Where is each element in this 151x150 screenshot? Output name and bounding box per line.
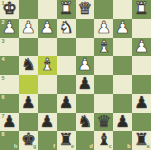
square-e2[interactable]: ♞ bbox=[57, 19, 76, 38]
square-b2[interactable]: ♟ bbox=[113, 19, 132, 38]
white-bishop-icon: ♝ bbox=[40, 57, 55, 74]
white-queen-icon: ♛ bbox=[78, 1, 93, 18]
black-queen-icon: ♛ bbox=[96, 113, 111, 130]
white-rook-icon: ♜ bbox=[59, 1, 74, 18]
square-e7[interactable] bbox=[57, 113, 76, 132]
square-b3[interactable] bbox=[113, 38, 132, 57]
white-king-icon: ♚ bbox=[2, 1, 17, 18]
white-pawn-icon: ♟ bbox=[134, 38, 149, 55]
white-pawn-icon: ♟ bbox=[78, 57, 93, 74]
white-pawn-icon: ♟ bbox=[96, 19, 111, 36]
square-g7[interactable] bbox=[19, 113, 38, 132]
square-c2[interactable]: ♟ bbox=[94, 19, 113, 38]
square-f4[interactable]: ♝ bbox=[38, 56, 57, 75]
square-c4[interactable] bbox=[94, 56, 113, 75]
square-h7[interactable]: 7♟ bbox=[0, 113, 19, 132]
square-e5[interactable] bbox=[57, 75, 76, 94]
square-d2[interactable] bbox=[76, 19, 95, 38]
black-rook-icon: ♜ bbox=[59, 132, 74, 149]
white-bishop-icon: ♝ bbox=[96, 38, 111, 55]
square-e4[interactable] bbox=[57, 56, 76, 75]
square-c3[interactable]: ♝ bbox=[94, 38, 113, 57]
square-f3[interactable] bbox=[38, 38, 57, 57]
square-h1[interactable]: 1♚ bbox=[0, 0, 19, 19]
black-bishop-icon: ♝ bbox=[96, 132, 111, 149]
square-f1[interactable] bbox=[38, 0, 57, 19]
rank-label-4: 4 bbox=[2, 57, 5, 63]
square-a8[interactable]: a♜ bbox=[132, 131, 151, 150]
square-g5[interactable] bbox=[19, 75, 38, 94]
square-g1[interactable] bbox=[19, 0, 38, 19]
square-d4[interactable]: ♟ bbox=[76, 56, 95, 75]
black-pawn-icon: ♟ bbox=[78, 76, 93, 93]
rank-label-5: 5 bbox=[2, 76, 5, 82]
square-d1[interactable]: ♛ bbox=[76, 0, 95, 19]
white-pawn-icon: ♟ bbox=[2, 19, 17, 36]
black-knight-icon: ♞ bbox=[21, 57, 36, 74]
square-f5[interactable] bbox=[38, 75, 57, 94]
white-pawn-icon: ♟ bbox=[115, 19, 130, 36]
square-c1[interactable] bbox=[94, 0, 113, 19]
square-g6[interactable]: ♟ bbox=[19, 94, 38, 113]
square-f8[interactable]: f bbox=[38, 131, 57, 150]
chess-board: 1♚♜♛♜2♟♟♟♞♟♟3♝♟4♞♝♟5♟6♟♟♟7♟♟♞♛♟8hg♚fe♜dc… bbox=[0, 0, 151, 150]
square-a1[interactable]: ♜ bbox=[132, 0, 151, 19]
square-c8[interactable]: c♝ bbox=[94, 131, 113, 150]
black-pawn-icon: ♟ bbox=[40, 113, 55, 130]
square-g3[interactable] bbox=[19, 38, 38, 57]
rank-label-8: 8 bbox=[2, 132, 5, 138]
square-h3[interactable]: 3 bbox=[0, 38, 19, 57]
square-a3[interactable]: ♟ bbox=[132, 38, 151, 57]
square-b6[interactable] bbox=[113, 94, 132, 113]
white-knight-icon: ♞ bbox=[59, 19, 74, 36]
square-b4[interactable] bbox=[113, 56, 132, 75]
square-h4[interactable]: 4 bbox=[0, 56, 19, 75]
square-f7[interactable]: ♟ bbox=[38, 113, 57, 132]
rank-label-3: 3 bbox=[2, 39, 5, 45]
square-g2[interactable]: ♟ bbox=[19, 19, 38, 38]
black-pawn-icon: ♟ bbox=[59, 94, 74, 111]
black-knight-icon: ♞ bbox=[78, 113, 93, 130]
square-d7[interactable]: ♞ bbox=[76, 113, 95, 132]
square-g4[interactable]: ♞ bbox=[19, 56, 38, 75]
square-e1[interactable]: ♜ bbox=[57, 0, 76, 19]
square-e6[interactable]: ♟ bbox=[57, 94, 76, 113]
file-label-h: h bbox=[14, 144, 17, 150]
square-a5[interactable] bbox=[132, 75, 151, 94]
file-label-b: b bbox=[127, 144, 130, 150]
square-e8[interactable]: e♜ bbox=[57, 131, 76, 150]
square-g8[interactable]: g♚ bbox=[19, 131, 38, 150]
square-f6[interactable] bbox=[38, 94, 57, 113]
file-label-d: d bbox=[90, 144, 93, 150]
square-b8[interactable]: b bbox=[113, 131, 132, 150]
black-pawn-icon: ♟ bbox=[2, 113, 17, 130]
square-b7[interactable]: ♟ bbox=[113, 113, 132, 132]
square-h5[interactable]: 5 bbox=[0, 75, 19, 94]
square-e3[interactable] bbox=[57, 38, 76, 57]
square-a4[interactable] bbox=[132, 56, 151, 75]
square-d5[interactable]: ♟ bbox=[76, 75, 95, 94]
file-label-f: f bbox=[53, 144, 55, 150]
black-king-icon: ♚ bbox=[21, 132, 36, 149]
white-pawn-icon: ♟ bbox=[21, 19, 36, 36]
square-c6[interactable] bbox=[94, 94, 113, 113]
square-a7[interactable] bbox=[132, 113, 151, 132]
square-h6[interactable]: 6 bbox=[0, 94, 19, 113]
square-a6[interactable]: ♟ bbox=[132, 94, 151, 113]
square-d8[interactable]: d bbox=[76, 131, 95, 150]
square-b5[interactable] bbox=[113, 75, 132, 94]
square-d3[interactable] bbox=[76, 38, 95, 57]
black-pawn-icon: ♟ bbox=[21, 94, 36, 111]
square-f2[interactable]: ♟ bbox=[38, 19, 57, 38]
white-rook-icon: ♜ bbox=[134, 1, 149, 18]
rank-label-6: 6 bbox=[2, 95, 5, 101]
black-pawn-icon: ♟ bbox=[134, 94, 149, 111]
square-b1[interactable] bbox=[113, 0, 132, 19]
square-d6[interactable] bbox=[76, 94, 95, 113]
square-h8[interactable]: 8h bbox=[0, 131, 19, 150]
square-h2[interactable]: 2♟ bbox=[0, 19, 19, 38]
black-pawn-icon: ♟ bbox=[115, 113, 130, 130]
square-c5[interactable] bbox=[94, 75, 113, 94]
white-pawn-icon: ♟ bbox=[40, 19, 55, 36]
square-a2[interactable] bbox=[132, 19, 151, 38]
square-c7[interactable]: ♛ bbox=[94, 113, 113, 132]
black-rook-icon: ♜ bbox=[134, 132, 149, 149]
